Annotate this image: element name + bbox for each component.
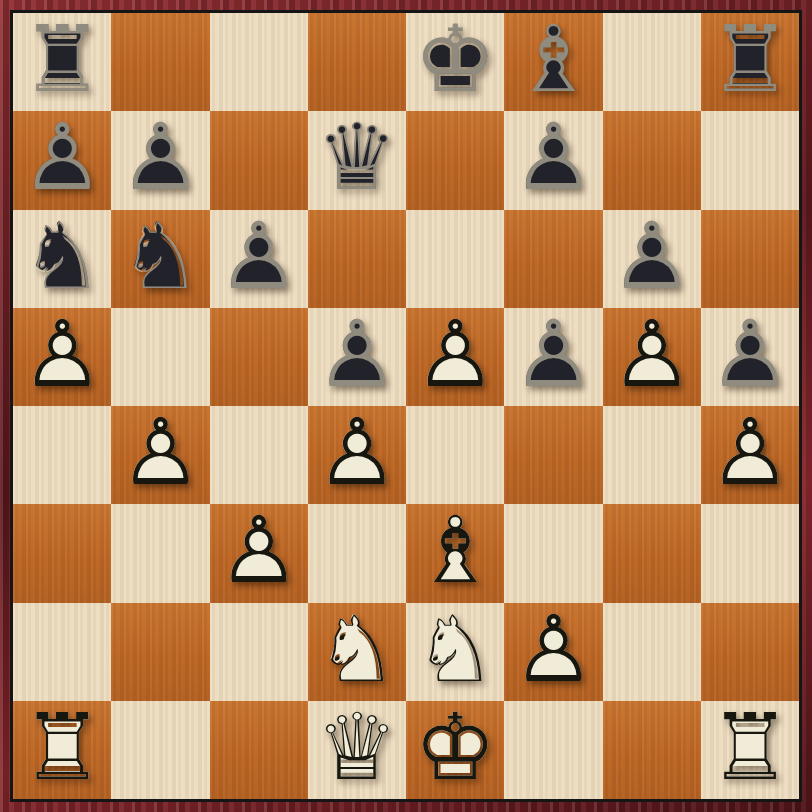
square-c5[interactable] bbox=[210, 308, 308, 406]
chessboard-screenshot: ♜♖♚♔♝♗♜♖♟♙♟♙♛♕♟♙♞♘♞♘♟♙♟♙♟♙♟♙♟♙♟♙♟♙♟♙♟♙♟♙… bbox=[0, 0, 812, 812]
square-c8[interactable] bbox=[210, 13, 308, 111]
black-pawn[interactable]: ♟♙ bbox=[308, 308, 406, 406]
square-g1[interactable] bbox=[603, 701, 701, 799]
piece-outline-layer: ♙ bbox=[504, 308, 602, 406]
square-c4[interactable] bbox=[210, 406, 308, 504]
piece-outline-layer: ♙ bbox=[504, 603, 602, 701]
piece-outline-layer: ♔ bbox=[406, 701, 504, 799]
white-rook[interactable]: ♜♖ bbox=[13, 701, 111, 799]
white-pawn[interactable]: ♟♙ bbox=[308, 406, 406, 504]
black-king[interactable]: ♚♔ bbox=[406, 13, 504, 111]
white-rook[interactable]: ♜♖ bbox=[701, 701, 799, 799]
square-a7[interactable]: ♟♙ bbox=[13, 111, 111, 209]
piece-outline-layer: ♗ bbox=[504, 13, 602, 111]
black-pawn[interactable]: ♟♙ bbox=[13, 111, 111, 209]
piece-outline-layer: ♘ bbox=[111, 210, 209, 308]
piece-outline-layer: ♖ bbox=[701, 701, 799, 799]
square-c7[interactable] bbox=[210, 111, 308, 209]
square-g3[interactable] bbox=[603, 504, 701, 602]
white-pawn[interactable]: ♟♙ bbox=[701, 406, 799, 504]
square-a8[interactable]: ♜♖ bbox=[13, 13, 111, 111]
square-h2[interactable] bbox=[701, 603, 799, 701]
square-f3[interactable] bbox=[504, 504, 602, 602]
square-e5[interactable]: ♟♙ bbox=[406, 308, 504, 406]
black-knight[interactable]: ♞♘ bbox=[13, 210, 111, 308]
board: ♜♖♚♔♝♗♜♖♟♙♟♙♛♕♟♙♞♘♞♘♟♙♟♙♟♙♟♙♟♙♟♙♟♙♟♙♟♙♟♙… bbox=[10, 10, 802, 802]
square-h8[interactable]: ♜♖ bbox=[701, 13, 799, 111]
square-f2[interactable]: ♟♙ bbox=[504, 603, 602, 701]
black-rook[interactable]: ♜♖ bbox=[13, 13, 111, 111]
white-knight[interactable]: ♞♘ bbox=[308, 603, 406, 701]
white-pawn[interactable]: ♟♙ bbox=[210, 504, 308, 602]
white-bishop[interactable]: ♝♗ bbox=[406, 504, 504, 602]
square-d3[interactable] bbox=[308, 504, 406, 602]
piece-outline-layer: ♙ bbox=[308, 406, 406, 504]
piece-outline-layer: ♙ bbox=[406, 308, 504, 406]
piece-outline-layer: ♔ bbox=[406, 13, 504, 111]
square-c2[interactable] bbox=[210, 603, 308, 701]
square-b1[interactable] bbox=[111, 701, 209, 799]
square-c6[interactable]: ♟♙ bbox=[210, 210, 308, 308]
square-d1[interactable]: ♛♕ bbox=[308, 701, 406, 799]
black-knight[interactable]: ♞♘ bbox=[111, 210, 209, 308]
square-f7[interactable]: ♟♙ bbox=[504, 111, 602, 209]
square-d7[interactable]: ♛♕ bbox=[308, 111, 406, 209]
black-pawn[interactable]: ♟♙ bbox=[504, 111, 602, 209]
black-bishop[interactable]: ♝♗ bbox=[504, 13, 602, 111]
square-b7[interactable]: ♟♙ bbox=[111, 111, 209, 209]
square-d2[interactable]: ♞♘ bbox=[308, 603, 406, 701]
square-h4[interactable]: ♟♙ bbox=[701, 406, 799, 504]
piece-outline-layer: ♕ bbox=[308, 701, 406, 799]
piece-outline-layer: ♙ bbox=[13, 308, 111, 406]
white-queen[interactable]: ♛♕ bbox=[308, 701, 406, 799]
square-g4[interactable] bbox=[603, 406, 701, 504]
square-c3[interactable]: ♟♙ bbox=[210, 504, 308, 602]
piece-outline-layer: ♖ bbox=[13, 13, 111, 111]
piece-outline-layer: ♙ bbox=[308, 308, 406, 406]
piece-outline-layer: ♕ bbox=[308, 111, 406, 209]
square-f1[interactable] bbox=[504, 701, 602, 799]
square-e1[interactable]: ♚♔ bbox=[406, 701, 504, 799]
square-b6[interactable]: ♞♘ bbox=[111, 210, 209, 308]
square-h7[interactable] bbox=[701, 111, 799, 209]
square-a5[interactable]: ♟♙ bbox=[13, 308, 111, 406]
square-d5[interactable]: ♟♙ bbox=[308, 308, 406, 406]
square-e8[interactable]: ♚♔ bbox=[406, 13, 504, 111]
piece-outline-layer: ♖ bbox=[701, 13, 799, 111]
black-pawn[interactable]: ♟♙ bbox=[603, 210, 701, 308]
square-b3[interactable] bbox=[111, 504, 209, 602]
square-a1[interactable]: ♜♖ bbox=[13, 701, 111, 799]
square-a4[interactable] bbox=[13, 406, 111, 504]
square-e4[interactable] bbox=[406, 406, 504, 504]
square-d8[interactable] bbox=[308, 13, 406, 111]
black-pawn[interactable]: ♟♙ bbox=[111, 111, 209, 209]
square-d6[interactable] bbox=[308, 210, 406, 308]
square-f4[interactable] bbox=[504, 406, 602, 504]
piece-outline-layer: ♘ bbox=[13, 210, 111, 308]
square-a6[interactable]: ♞♘ bbox=[13, 210, 111, 308]
white-pawn[interactable]: ♟♙ bbox=[111, 406, 209, 504]
square-f8[interactable]: ♝♗ bbox=[504, 13, 602, 111]
square-f6[interactable] bbox=[504, 210, 602, 308]
square-e2[interactable]: ♞♘ bbox=[406, 603, 504, 701]
square-g6[interactable]: ♟♙ bbox=[603, 210, 701, 308]
white-king[interactable]: ♚♔ bbox=[406, 701, 504, 799]
white-pawn[interactable]: ♟♙ bbox=[504, 603, 602, 701]
white-pawn[interactable]: ♟♙ bbox=[603, 308, 701, 406]
square-b8[interactable] bbox=[111, 13, 209, 111]
square-g7[interactable] bbox=[603, 111, 701, 209]
square-g2[interactable] bbox=[603, 603, 701, 701]
piece-outline-layer: ♘ bbox=[308, 603, 406, 701]
piece-outline-layer: ♙ bbox=[210, 504, 308, 602]
piece-outline-layer: ♙ bbox=[504, 111, 602, 209]
piece-outline-layer: ♙ bbox=[603, 308, 701, 406]
piece-outline-layer: ♙ bbox=[13, 111, 111, 209]
piece-outline-layer: ♗ bbox=[406, 504, 504, 602]
square-b4[interactable]: ♟♙ bbox=[111, 406, 209, 504]
black-rook[interactable]: ♜♖ bbox=[701, 13, 799, 111]
square-e3[interactable]: ♝♗ bbox=[406, 504, 504, 602]
square-f5[interactable]: ♟♙ bbox=[504, 308, 602, 406]
square-h5[interactable]: ♟♙ bbox=[701, 308, 799, 406]
square-a2[interactable] bbox=[13, 603, 111, 701]
square-e6[interactable] bbox=[406, 210, 504, 308]
piece-outline-layer: ♙ bbox=[603, 210, 701, 308]
square-h3[interactable] bbox=[701, 504, 799, 602]
white-knight[interactable]: ♞♘ bbox=[406, 603, 504, 701]
board-frame: ♜♖♚♔♝♗♜♖♟♙♟♙♛♕♟♙♞♘♞♘♟♙♟♙♟♙♟♙♟♙♟♙♟♙♟♙♟♙♟♙… bbox=[0, 0, 812, 812]
piece-outline-layer: ♘ bbox=[406, 603, 504, 701]
square-h1[interactable]: ♜♖ bbox=[701, 701, 799, 799]
square-d4[interactable]: ♟♙ bbox=[308, 406, 406, 504]
square-g5[interactable]: ♟♙ bbox=[603, 308, 701, 406]
black-pawn[interactable]: ♟♙ bbox=[210, 210, 308, 308]
piece-outline-layer: ♙ bbox=[210, 210, 308, 308]
white-pawn[interactable]: ♟♙ bbox=[13, 308, 111, 406]
square-g8[interactable] bbox=[603, 13, 701, 111]
square-b2[interactable] bbox=[111, 603, 209, 701]
piece-outline-layer: ♖ bbox=[13, 701, 111, 799]
white-pawn[interactable]: ♟♙ bbox=[406, 308, 504, 406]
black-queen[interactable]: ♛♕ bbox=[308, 111, 406, 209]
black-pawn[interactable]: ♟♙ bbox=[701, 308, 799, 406]
square-c1[interactable] bbox=[210, 701, 308, 799]
piece-outline-layer: ♙ bbox=[111, 406, 209, 504]
piece-outline-layer: ♙ bbox=[701, 406, 799, 504]
square-a3[interactable] bbox=[13, 504, 111, 602]
black-pawn[interactable]: ♟♙ bbox=[504, 308, 602, 406]
square-e7[interactable] bbox=[406, 111, 504, 209]
piece-outline-layer: ♙ bbox=[111, 111, 209, 209]
piece-outline-layer: ♙ bbox=[701, 308, 799, 406]
square-h6[interactable] bbox=[701, 210, 799, 308]
square-b5[interactable] bbox=[111, 308, 209, 406]
